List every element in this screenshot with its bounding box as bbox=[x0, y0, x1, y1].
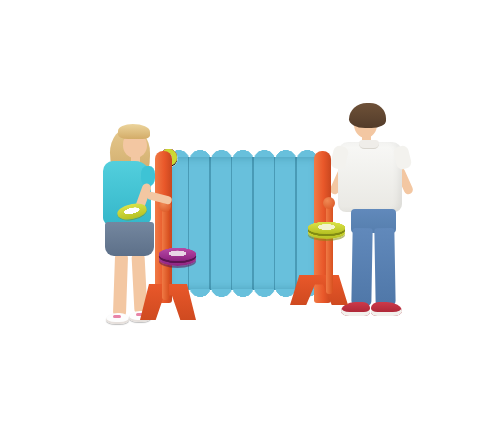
girl-fringe bbox=[118, 124, 150, 139]
purple-ring bbox=[159, 248, 196, 261]
girl-leg-left bbox=[113, 254, 128, 316]
yellow-ring bbox=[308, 222, 345, 234]
ring-pole-right-knob bbox=[323, 197, 335, 209]
ring-pole-right bbox=[326, 203, 333, 294]
boy-jeans-leg-right bbox=[374, 228, 395, 306]
board-grid bbox=[168, 157, 318, 290]
boy-jeans-leg-left bbox=[351, 228, 372, 306]
boy-sneaker-right bbox=[371, 302, 402, 316]
product-photo bbox=[0, 0, 502, 430]
boy-hair bbox=[349, 103, 386, 128]
boy-collar bbox=[359, 140, 379, 149]
girl-denim-shorts bbox=[105, 222, 154, 256]
girl-shoe-strap bbox=[113, 315, 121, 318]
